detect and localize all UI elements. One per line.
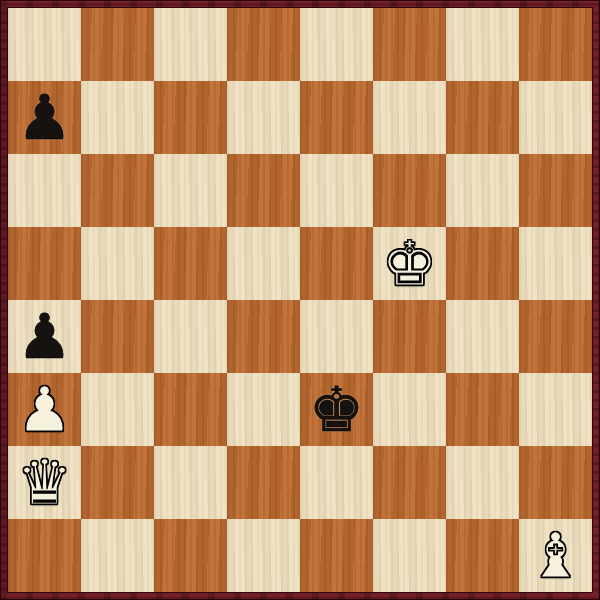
square-g6[interactable] [446, 154, 519, 227]
square-d6[interactable] [227, 154, 300, 227]
square-a4[interactable]: ♟ [8, 300, 81, 373]
square-f8[interactable] [373, 8, 446, 81]
square-b1[interactable] [81, 519, 154, 592]
square-b7[interactable] [81, 81, 154, 154]
square-e3[interactable]: ♚ [300, 373, 373, 446]
piece-black-pawn[interactable]: ♟ [8, 81, 81, 154]
square-f7[interactable] [373, 81, 446, 154]
piece-white-pawn[interactable]: ♟ [8, 373, 81, 446]
square-d5[interactable] [227, 227, 300, 300]
square-d4[interactable] [227, 300, 300, 373]
square-h7[interactable] [519, 81, 592, 154]
square-h1[interactable]: ♝ [519, 519, 592, 592]
square-a3[interactable]: ♟ [8, 373, 81, 446]
square-g5[interactable] [446, 227, 519, 300]
square-a7[interactable]: ♟ [8, 81, 81, 154]
square-d2[interactable] [227, 446, 300, 519]
chess-board: ♟♚♟♟♚♛♝ [8, 8, 592, 592]
square-e8[interactable] [300, 8, 373, 81]
square-c5[interactable] [154, 227, 227, 300]
piece-white-bishop[interactable]: ♝ [519, 519, 592, 592]
square-d7[interactable] [227, 81, 300, 154]
square-c3[interactable] [154, 373, 227, 446]
square-g4[interactable] [446, 300, 519, 373]
board-frame: ♟♚♟♟♚♛♝ [0, 0, 600, 600]
square-e6[interactable] [300, 154, 373, 227]
square-a1[interactable] [8, 519, 81, 592]
piece-black-king[interactable]: ♚ [300, 373, 373, 446]
square-h8[interactable] [519, 8, 592, 81]
square-a6[interactable] [8, 154, 81, 227]
piece-white-queen[interactable]: ♛ [8, 446, 81, 519]
square-h4[interactable] [519, 300, 592, 373]
square-b3[interactable] [81, 373, 154, 446]
square-b8[interactable] [81, 8, 154, 81]
square-h2[interactable] [519, 446, 592, 519]
square-e5[interactable] [300, 227, 373, 300]
square-f3[interactable] [373, 373, 446, 446]
square-c7[interactable] [154, 81, 227, 154]
square-b4[interactable] [81, 300, 154, 373]
square-d1[interactable] [227, 519, 300, 592]
square-b2[interactable] [81, 446, 154, 519]
square-b6[interactable] [81, 154, 154, 227]
square-c4[interactable] [154, 300, 227, 373]
square-e7[interactable] [300, 81, 373, 154]
piece-black-pawn[interactable]: ♟ [8, 300, 81, 373]
square-e1[interactable] [300, 519, 373, 592]
square-c2[interactable] [154, 446, 227, 519]
square-e2[interactable] [300, 446, 373, 519]
piece-white-king[interactable]: ♚ [373, 227, 446, 300]
square-f6[interactable] [373, 154, 446, 227]
square-a5[interactable] [8, 227, 81, 300]
square-h6[interactable] [519, 154, 592, 227]
square-f1[interactable] [373, 519, 446, 592]
square-c1[interactable] [154, 519, 227, 592]
square-g8[interactable] [446, 8, 519, 81]
square-c6[interactable] [154, 154, 227, 227]
square-a8[interactable] [8, 8, 81, 81]
square-e4[interactable] [300, 300, 373, 373]
square-h3[interactable] [519, 373, 592, 446]
square-c8[interactable] [154, 8, 227, 81]
square-a2[interactable]: ♛ [8, 446, 81, 519]
square-g2[interactable] [446, 446, 519, 519]
square-f4[interactable] [373, 300, 446, 373]
square-h5[interactable] [519, 227, 592, 300]
square-f5[interactable]: ♚ [373, 227, 446, 300]
square-g1[interactable] [446, 519, 519, 592]
square-d3[interactable] [227, 373, 300, 446]
square-g7[interactable] [446, 81, 519, 154]
square-f2[interactable] [373, 446, 446, 519]
square-d8[interactable] [227, 8, 300, 81]
square-b5[interactable] [81, 227, 154, 300]
square-g3[interactable] [446, 373, 519, 446]
